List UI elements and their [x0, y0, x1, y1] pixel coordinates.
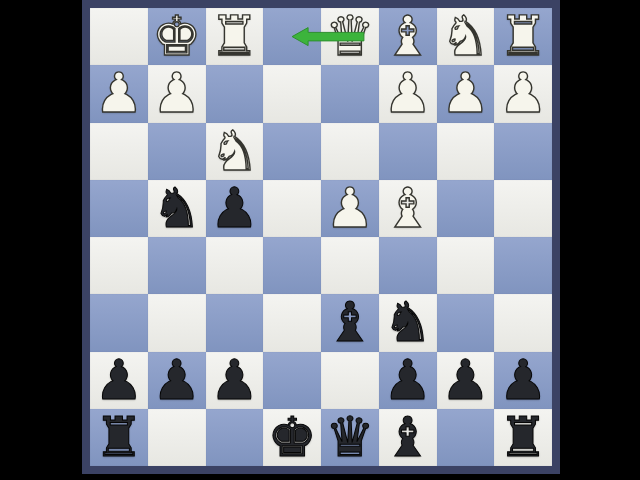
square-c3[interactable]	[379, 123, 437, 180]
square-h4[interactable]	[90, 180, 148, 237]
white-pawn[interactable]: ♟	[325, 180, 374, 237]
letterbox-right	[560, 0, 640, 480]
square-g7[interactable]: ♟	[148, 352, 206, 409]
square-g8[interactable]	[148, 409, 206, 466]
square-g5[interactable]	[148, 237, 206, 294]
square-e4[interactable]	[263, 180, 321, 237]
square-d2[interactable]	[321, 65, 379, 122]
square-e8[interactable]: ♚	[263, 409, 321, 466]
chess-board-frame: ♚♜♛♝♞♜♟♟♟♟♟♞♞♟♟♝♝♞♟♟♟♟♟♟♜♚♛♝♜	[82, 0, 560, 474]
square-d4[interactable]: ♟	[321, 180, 379, 237]
square-e2[interactable]	[263, 65, 321, 122]
white-queen[interactable]: ♛	[325, 8, 374, 65]
white-rook[interactable]: ♜	[498, 8, 547, 65]
square-a6[interactable]	[494, 294, 552, 351]
square-a7[interactable]: ♟	[494, 352, 552, 409]
black-king[interactable]: ♚	[267, 409, 316, 466]
square-g6[interactable]	[148, 294, 206, 351]
square-g2[interactable]: ♟	[148, 65, 206, 122]
square-d1[interactable]: ♛	[321, 8, 379, 65]
black-bishop[interactable]: ♝	[325, 294, 374, 351]
square-b8[interactable]	[437, 409, 495, 466]
square-a2[interactable]: ♟	[494, 65, 552, 122]
square-e3[interactable]	[263, 123, 321, 180]
square-h1[interactable]	[90, 8, 148, 65]
black-pawn[interactable]: ♟	[94, 352, 143, 409]
white-pawn[interactable]: ♟	[94, 65, 143, 122]
square-h8[interactable]: ♜	[90, 409, 148, 466]
square-h2[interactable]: ♟	[90, 65, 148, 122]
chess-board: ♚♜♛♝♞♜♟♟♟♟♟♞♞♟♟♝♝♞♟♟♟♟♟♟♜♚♛♝♜	[90, 8, 552, 466]
square-g4[interactable]: ♞	[148, 180, 206, 237]
square-e6[interactable]	[263, 294, 321, 351]
black-pawn[interactable]: ♟	[210, 352, 259, 409]
white-bishop[interactable]: ♝	[383, 8, 432, 65]
square-f1[interactable]: ♜	[206, 8, 264, 65]
white-pawn[interactable]: ♟	[498, 65, 547, 122]
square-e7[interactable]	[263, 352, 321, 409]
square-h3[interactable]	[90, 123, 148, 180]
square-f4[interactable]: ♟	[206, 180, 264, 237]
square-e1[interactable]	[263, 8, 321, 65]
square-f3[interactable]: ♞	[206, 123, 264, 180]
square-a5[interactable]	[494, 237, 552, 294]
square-g1[interactable]: ♚	[148, 8, 206, 65]
square-c8[interactable]: ♝	[379, 409, 437, 466]
square-a3[interactable]	[494, 123, 552, 180]
square-c1[interactable]: ♝	[379, 8, 437, 65]
black-pawn[interactable]: ♟	[441, 352, 490, 409]
square-f8[interactable]	[206, 409, 264, 466]
square-b6[interactable]	[437, 294, 495, 351]
black-knight[interactable]: ♞	[383, 294, 432, 351]
black-pawn[interactable]: ♟	[383, 352, 432, 409]
square-e5[interactable]	[263, 237, 321, 294]
square-g3[interactable]	[148, 123, 206, 180]
square-d5[interactable]	[321, 237, 379, 294]
white-king[interactable]: ♚	[152, 8, 201, 65]
square-c5[interactable]	[379, 237, 437, 294]
square-b5[interactable]	[437, 237, 495, 294]
square-b2[interactable]: ♟	[437, 65, 495, 122]
square-c7[interactable]: ♟	[379, 352, 437, 409]
square-b1[interactable]: ♞	[437, 8, 495, 65]
square-d8[interactable]: ♛	[321, 409, 379, 466]
white-bishop[interactable]: ♝	[383, 180, 432, 237]
white-pawn[interactable]: ♟	[441, 65, 490, 122]
square-b3[interactable]	[437, 123, 495, 180]
square-h6[interactable]	[90, 294, 148, 351]
white-pawn[interactable]: ♟	[383, 65, 432, 122]
square-f6[interactable]	[206, 294, 264, 351]
square-b7[interactable]: ♟	[437, 352, 495, 409]
square-a8[interactable]: ♜	[494, 409, 552, 466]
square-h5[interactable]	[90, 237, 148, 294]
square-h7[interactable]: ♟	[90, 352, 148, 409]
square-f7[interactable]: ♟	[206, 352, 264, 409]
square-a1[interactable]: ♜	[494, 8, 552, 65]
square-f5[interactable]	[206, 237, 264, 294]
square-a4[interactable]	[494, 180, 552, 237]
square-c2[interactable]: ♟	[379, 65, 437, 122]
black-queen[interactable]: ♛	[325, 409, 374, 466]
square-c4[interactable]: ♝	[379, 180, 437, 237]
black-rook[interactable]: ♜	[94, 409, 143, 466]
square-d7[interactable]	[321, 352, 379, 409]
square-d3[interactable]	[321, 123, 379, 180]
black-pawn[interactable]: ♟	[152, 352, 201, 409]
black-bishop[interactable]: ♝	[383, 409, 432, 466]
white-knight[interactable]: ♞	[210, 123, 259, 180]
square-d6[interactable]: ♝	[321, 294, 379, 351]
white-pawn[interactable]: ♟	[152, 65, 201, 122]
video-frame: ♚♜♛♝♞♜♟♟♟♟♟♞♞♟♟♝♝♞♟♟♟♟♟♟♜♚♛♝♜	[0, 0, 640, 480]
square-b4[interactable]	[437, 180, 495, 237]
letterbox-left	[0, 0, 82, 480]
black-rook[interactable]: ♜	[498, 409, 547, 466]
black-pawn[interactable]: ♟	[210, 180, 259, 237]
square-f2[interactable]	[206, 65, 264, 122]
white-rook[interactable]: ♜	[210, 8, 259, 65]
black-knight[interactable]: ♞	[152, 180, 201, 237]
black-pawn[interactable]: ♟	[498, 352, 547, 409]
square-c6[interactable]: ♞	[379, 294, 437, 351]
white-knight[interactable]: ♞	[441, 8, 490, 65]
